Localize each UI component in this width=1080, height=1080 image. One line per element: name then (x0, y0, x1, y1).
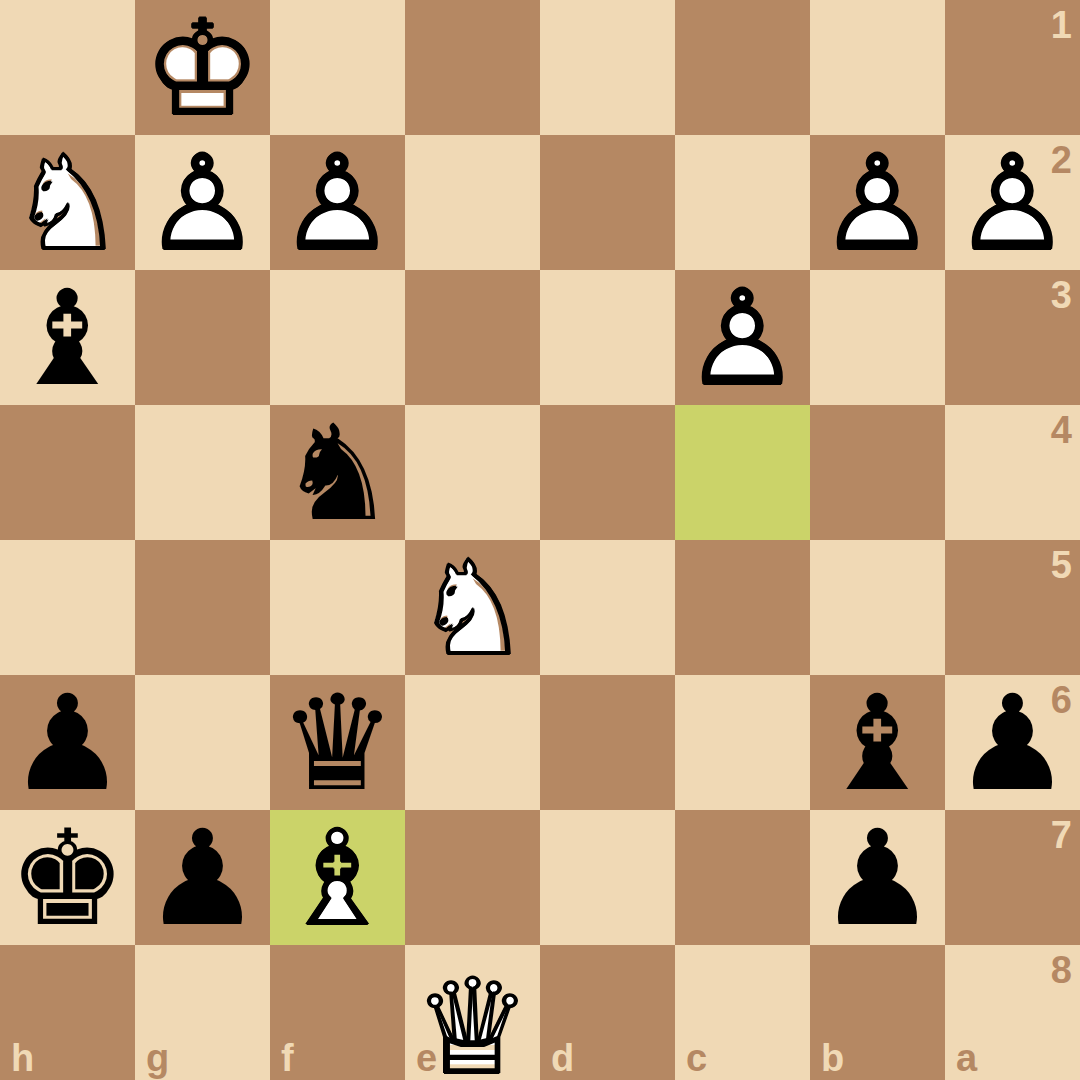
square-g7[interactable]: ♟ (135, 810, 270, 945)
square-c5[interactable] (675, 540, 810, 675)
white-king-outline: ♔ (135, 0, 270, 135)
square-b3[interactable] (810, 270, 945, 405)
square-a7[interactable]: 7 (945, 810, 1080, 945)
square-h8[interactable]: h (0, 945, 135, 1080)
square-d6[interactable] (540, 675, 675, 810)
square-e7[interactable] (405, 810, 540, 945)
black-pawn-glyph: ♟ (135, 810, 270, 945)
square-g2[interactable]: ♟♙ (135, 135, 270, 270)
square-f2[interactable]: ♟♙ (270, 135, 405, 270)
white-pawn-glyph: ♟ (675, 270, 810, 405)
square-d3[interactable] (540, 270, 675, 405)
white-pawn-outline: ♙ (270, 135, 405, 270)
square-c6[interactable] (675, 675, 810, 810)
square-c4[interactable] (675, 405, 810, 540)
square-h5[interactable] (0, 540, 135, 675)
white-knight-outline: ♘ (405, 540, 540, 675)
square-f1[interactable] (270, 0, 405, 135)
square-a3[interactable]: 3 (945, 270, 1080, 405)
white-knight[interactable]: ♞♘ (405, 540, 540, 675)
square-g3[interactable] (135, 270, 270, 405)
rank-label-5: 5 (1051, 546, 1072, 584)
square-a1[interactable]: 1 (945, 0, 1080, 135)
rank-label-8: 8 (1051, 951, 1072, 989)
black-knight[interactable]: ♞ (270, 405, 405, 540)
square-d8[interactable]: d (540, 945, 675, 1080)
square-f5[interactable] (270, 540, 405, 675)
black-bishop-glyph: ♝ (0, 270, 135, 405)
file-label-e: e (416, 1039, 437, 1077)
square-f6[interactable]: ♛ (270, 675, 405, 810)
square-g5[interactable] (135, 540, 270, 675)
square-e1[interactable] (405, 0, 540, 135)
square-b7[interactable]: ♟ (810, 810, 945, 945)
white-bishop[interactable]: ♝♗ (270, 810, 405, 945)
square-h1[interactable] (0, 0, 135, 135)
black-queen[interactable]: ♛ (270, 675, 405, 810)
square-b8[interactable]: b (810, 945, 945, 1080)
square-a8[interactable]: 8a (945, 945, 1080, 1080)
square-g4[interactable] (135, 405, 270, 540)
square-f4[interactable]: ♞ (270, 405, 405, 540)
file-label-h: h (11, 1039, 34, 1077)
white-pawn-outline: ♙ (135, 135, 270, 270)
black-pawn-glyph: ♟ (810, 810, 945, 945)
black-queen-glyph: ♛ (270, 675, 405, 810)
square-a4[interactable]: 4 (945, 405, 1080, 540)
black-king-glyph: ♚ (0, 810, 135, 945)
square-f7[interactable]: ♝♗ (270, 810, 405, 945)
square-e5[interactable]: ♞♘ (405, 540, 540, 675)
rank-label-7: 7 (1051, 816, 1072, 854)
square-h6[interactable]: ♟ (0, 675, 135, 810)
square-g1[interactable]: ♚♔ (135, 0, 270, 135)
white-king-glyph: ♚ (135, 0, 270, 135)
square-d4[interactable] (540, 405, 675, 540)
black-pawn[interactable]: ♟ (135, 810, 270, 945)
square-e8[interactable]: ♛♕e (405, 945, 540, 1080)
white-pawn-glyph: ♟ (810, 135, 945, 270)
square-b1[interactable] (810, 0, 945, 135)
square-a5[interactable]: 5 (945, 540, 1080, 675)
file-label-b: b (821, 1039, 844, 1077)
file-label-f: f (281, 1039, 294, 1077)
white-pawn[interactable]: ♟♙ (135, 135, 270, 270)
rank-label-2: 2 (1051, 141, 1072, 179)
white-knight[interactable]: ♞♘ (0, 135, 135, 270)
white-pawn-outline: ♙ (675, 270, 810, 405)
black-pawn[interactable]: ♟ (810, 810, 945, 945)
square-d5[interactable] (540, 540, 675, 675)
chess-board: ♚♔1♞♘♟♙♟♙♟♙♟♙2♝♟♙3♞4♞♘5♟♛♝♟6♚♟♝♗♟7hgf♛♕e… (0, 0, 1080, 1080)
square-g6[interactable] (135, 675, 270, 810)
square-b5[interactable] (810, 540, 945, 675)
square-h4[interactable] (0, 405, 135, 540)
square-d2[interactable] (540, 135, 675, 270)
rank-label-3: 3 (1051, 276, 1072, 314)
square-e3[interactable] (405, 270, 540, 405)
white-king[interactable]: ♚♔ (135, 0, 270, 135)
square-b2[interactable]: ♟♙ (810, 135, 945, 270)
square-c1[interactable] (675, 0, 810, 135)
white-pawn-outline: ♙ (810, 135, 945, 270)
square-h3[interactable]: ♝ (0, 270, 135, 405)
white-knight-glyph: ♞ (405, 540, 540, 675)
file-label-a: a (956, 1039, 977, 1077)
file-label-c: c (686, 1039, 707, 1077)
rank-label-4: 4 (1051, 411, 1072, 449)
white-knight-outline: ♘ (0, 135, 135, 270)
square-a6[interactable]: ♟6 (945, 675, 1080, 810)
white-bishop-glyph: ♝ (270, 810, 405, 945)
square-e6[interactable] (405, 675, 540, 810)
square-c3[interactable]: ♟♙ (675, 270, 810, 405)
file-label-g: g (146, 1039, 169, 1077)
square-b6[interactable]: ♝ (810, 675, 945, 810)
square-c7[interactable] (675, 810, 810, 945)
square-e2[interactable] (405, 135, 540, 270)
rank-label-6: 6 (1051, 681, 1072, 719)
square-d1[interactable] (540, 0, 675, 135)
white-knight-glyph: ♞ (0, 135, 135, 270)
black-knight-glyph: ♞ (270, 405, 405, 540)
white-bishop-outline: ♗ (270, 810, 405, 945)
white-pawn-glyph: ♟ (135, 135, 270, 270)
black-pawn-glyph: ♟ (0, 675, 135, 810)
square-a2[interactable]: ♟♙2 (945, 135, 1080, 270)
square-c2[interactable] (675, 135, 810, 270)
black-pawn[interactable]: ♟ (0, 675, 135, 810)
black-bishop[interactable]: ♝ (810, 675, 945, 810)
square-b4[interactable] (810, 405, 945, 540)
square-h2[interactable]: ♞♘ (0, 135, 135, 270)
white-pawn[interactable]: ♟♙ (810, 135, 945, 270)
square-c8[interactable]: c (675, 945, 810, 1080)
square-h7[interactable]: ♚ (0, 810, 135, 945)
square-g8[interactable]: g (135, 945, 270, 1080)
black-bishop[interactable]: ♝ (0, 270, 135, 405)
black-king[interactable]: ♚ (0, 810, 135, 945)
white-pawn[interactable]: ♟♙ (270, 135, 405, 270)
white-pawn-glyph: ♟ (270, 135, 405, 270)
rank-label-1: 1 (1051, 6, 1072, 44)
black-bishop-glyph: ♝ (810, 675, 945, 810)
square-f3[interactable] (270, 270, 405, 405)
square-e4[interactable] (405, 405, 540, 540)
square-d7[interactable] (540, 810, 675, 945)
file-label-d: d (551, 1039, 574, 1077)
white-pawn[interactable]: ♟♙ (675, 270, 810, 405)
square-f8[interactable]: f (270, 945, 405, 1080)
